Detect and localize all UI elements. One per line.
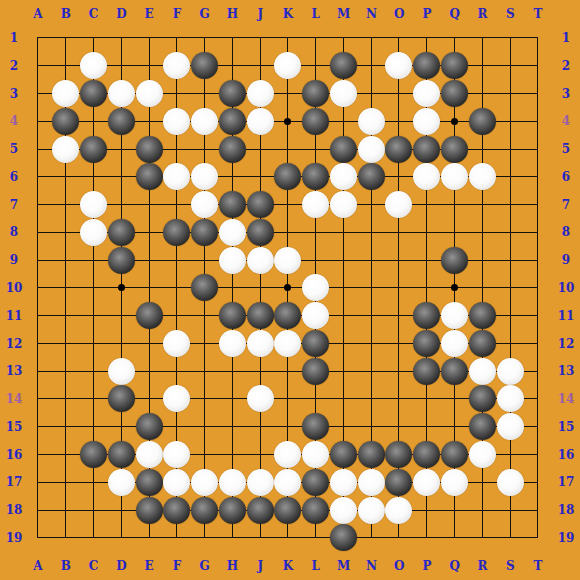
board-intersection[interactable] — [274, 441, 302, 469]
board-intersection[interactable] — [441, 357, 469, 385]
board-intersection[interactable] — [302, 357, 330, 385]
board-intersection[interactable] — [107, 135, 135, 163]
board-intersection[interactable] — [80, 496, 108, 524]
board-intersection[interactable] — [107, 524, 135, 552]
board-intersection[interactable] — [357, 441, 385, 469]
board-intersection[interactable] — [357, 52, 385, 80]
board-intersection[interactable] — [246, 330, 274, 358]
board-intersection[interactable] — [468, 441, 496, 469]
board-intersection[interactable] — [52, 218, 80, 246]
board-intersection[interactable] — [302, 107, 330, 135]
board-intersection[interactable] — [246, 524, 274, 552]
board-intersection[interactable] — [52, 274, 80, 302]
board-intersection[interactable] — [357, 163, 385, 191]
board-intersection[interactable] — [385, 52, 413, 80]
board-intersection[interactable] — [357, 357, 385, 385]
board-intersection[interactable] — [218, 468, 246, 496]
board-intersection[interactable] — [107, 274, 135, 302]
board-intersection[interactable] — [52, 441, 80, 469]
board-intersection[interactable] — [246, 163, 274, 191]
board-intersection[interactable] — [218, 357, 246, 385]
board-intersection[interactable] — [330, 496, 358, 524]
board-intersection[interactable] — [135, 302, 163, 330]
board-intersection[interactable] — [163, 330, 191, 358]
board-intersection[interactable] — [413, 330, 441, 358]
board-intersection[interactable] — [80, 218, 108, 246]
board-intersection[interactable] — [413, 468, 441, 496]
board-intersection[interactable] — [163, 385, 191, 413]
board-intersection[interactable] — [191, 385, 219, 413]
board-intersection[interactable] — [385, 24, 413, 52]
board-intersection[interactable] — [107, 191, 135, 219]
board-intersection[interactable] — [274, 413, 302, 441]
board-intersection[interactable] — [24, 274, 52, 302]
board-intersection[interactable] — [524, 107, 552, 135]
board-intersection[interactable] — [107, 218, 135, 246]
board-intersection[interactable] — [52, 330, 80, 358]
board-intersection[interactable] — [385, 330, 413, 358]
board-intersection[interactable] — [468, 357, 496, 385]
board-intersection[interactable] — [191, 302, 219, 330]
board-intersection[interactable] — [163, 413, 191, 441]
board-intersection[interactable] — [191, 191, 219, 219]
board-intersection[interactable] — [24, 330, 52, 358]
board-intersection[interactable] — [357, 330, 385, 358]
board-intersection[interactable] — [496, 274, 524, 302]
board-intersection[interactable] — [468, 330, 496, 358]
board-intersection[interactable] — [163, 524, 191, 552]
board-intersection[interactable] — [385, 441, 413, 469]
board-intersection[interactable] — [357, 496, 385, 524]
board-intersection[interactable] — [52, 302, 80, 330]
board-intersection[interactable] — [496, 357, 524, 385]
board-intersection[interactable] — [52, 413, 80, 441]
board-intersection[interactable] — [524, 468, 552, 496]
board-intersection[interactable] — [135, 24, 163, 52]
board-intersection[interactable] — [24, 80, 52, 108]
board-intersection[interactable] — [107, 302, 135, 330]
board-intersection[interactable] — [163, 274, 191, 302]
board-intersection[interactable] — [330, 218, 358, 246]
board-intersection[interactable] — [80, 330, 108, 358]
board-intersection[interactable] — [468, 524, 496, 552]
board-intersection[interactable] — [413, 218, 441, 246]
board-intersection[interactable] — [524, 441, 552, 469]
board-intersection[interactable] — [246, 468, 274, 496]
board-intersection[interactable] — [52, 524, 80, 552]
board-intersection[interactable] — [191, 80, 219, 108]
board-intersection[interactable] — [524, 80, 552, 108]
board-intersection[interactable] — [441, 135, 469, 163]
board-intersection[interactable] — [496, 441, 524, 469]
board-intersection[interactable] — [468, 80, 496, 108]
board-intersection[interactable] — [441, 468, 469, 496]
board-intersection[interactable] — [468, 413, 496, 441]
board-intersection[interactable] — [191, 24, 219, 52]
board-intersection[interactable] — [80, 524, 108, 552]
board-intersection[interactable] — [496, 385, 524, 413]
board-intersection[interactable] — [441, 107, 469, 135]
board-intersection[interactable] — [330, 107, 358, 135]
board-intersection[interactable] — [274, 135, 302, 163]
board-intersection[interactable] — [163, 24, 191, 52]
board-intersection[interactable] — [218, 496, 246, 524]
board-intersection[interactable] — [163, 135, 191, 163]
board-intersection[interactable] — [496, 302, 524, 330]
board-intersection[interactable] — [191, 524, 219, 552]
board-intersection[interactable] — [302, 218, 330, 246]
board-intersection[interactable] — [52, 163, 80, 191]
board-intersection[interactable] — [107, 357, 135, 385]
board-intersection[interactable] — [413, 80, 441, 108]
board-intersection[interactable] — [52, 385, 80, 413]
board-intersection[interactable] — [385, 357, 413, 385]
board-intersection[interactable] — [413, 24, 441, 52]
board-intersection[interactable] — [24, 24, 52, 52]
board-intersection[interactable] — [302, 468, 330, 496]
board-intersection[interactable] — [107, 385, 135, 413]
board-intersection[interactable] — [468, 468, 496, 496]
board-intersection[interactable] — [385, 385, 413, 413]
board-intersection[interactable] — [191, 496, 219, 524]
board-intersection[interactable] — [468, 163, 496, 191]
board-intersection[interactable] — [468, 191, 496, 219]
board-intersection[interactable] — [496, 413, 524, 441]
board-intersection[interactable] — [80, 24, 108, 52]
board-intersection[interactable] — [246, 52, 274, 80]
board-intersection[interactable] — [163, 107, 191, 135]
board-intersection[interactable] — [385, 496, 413, 524]
board-intersection[interactable] — [274, 357, 302, 385]
board-intersection[interactable] — [24, 218, 52, 246]
board-intersection[interactable] — [302, 246, 330, 274]
board-intersection[interactable] — [330, 413, 358, 441]
board-intersection[interactable] — [52, 496, 80, 524]
board-intersection[interactable] — [385, 246, 413, 274]
board-intersection[interactable] — [468, 274, 496, 302]
board-intersection[interactable] — [441, 385, 469, 413]
board-intersection[interactable] — [163, 218, 191, 246]
board-intersection[interactable] — [524, 135, 552, 163]
board-intersection[interactable] — [441, 413, 469, 441]
board-intersection[interactable] — [218, 330, 246, 358]
board-intersection[interactable] — [302, 24, 330, 52]
board-intersection[interactable] — [302, 274, 330, 302]
board-intersection[interactable] — [52, 468, 80, 496]
board-intersection[interactable] — [413, 357, 441, 385]
board-intersection[interactable] — [218, 218, 246, 246]
board-intersection[interactable] — [107, 496, 135, 524]
board-intersection[interactable] — [163, 191, 191, 219]
board-intersection[interactable] — [135, 246, 163, 274]
board-intersection[interactable] — [357, 524, 385, 552]
board-intersection[interactable] — [246, 246, 274, 274]
board-intersection[interactable] — [302, 52, 330, 80]
board-intersection[interactable] — [80, 191, 108, 219]
board-intersection[interactable] — [330, 24, 358, 52]
board-intersection[interactable] — [468, 385, 496, 413]
board-intersection[interactable] — [135, 524, 163, 552]
board-intersection[interactable] — [52, 80, 80, 108]
board-intersection[interactable] — [468, 24, 496, 52]
board-intersection[interactable] — [24, 441, 52, 469]
board-intersection[interactable] — [441, 24, 469, 52]
board-intersection[interactable] — [496, 496, 524, 524]
board-intersection[interactable] — [135, 357, 163, 385]
board-intersection[interactable] — [413, 441, 441, 469]
board-intersection[interactable] — [191, 274, 219, 302]
board-intersection[interactable] — [191, 330, 219, 358]
board-intersection[interactable] — [524, 274, 552, 302]
board-intersection[interactable] — [330, 357, 358, 385]
board-intersection[interactable] — [246, 413, 274, 441]
board-intersection[interactable] — [107, 24, 135, 52]
board-intersection[interactable] — [135, 496, 163, 524]
board-intersection[interactable] — [107, 413, 135, 441]
board-intersection[interactable] — [274, 302, 302, 330]
board-intersection[interactable] — [524, 413, 552, 441]
board-intersection[interactable] — [524, 496, 552, 524]
board-intersection[interactable] — [357, 302, 385, 330]
board-intersection[interactable] — [441, 52, 469, 80]
board-intersection[interactable] — [274, 218, 302, 246]
board-intersection[interactable] — [357, 413, 385, 441]
board-intersection[interactable] — [24, 191, 52, 219]
board-intersection[interactable] — [330, 52, 358, 80]
board-intersection[interactable] — [357, 107, 385, 135]
board-intersection[interactable] — [468, 107, 496, 135]
board-intersection[interactable] — [218, 107, 246, 135]
board-intersection[interactable] — [385, 413, 413, 441]
board-intersection[interactable] — [302, 413, 330, 441]
board-intersection[interactable] — [441, 218, 469, 246]
board-intersection[interactable] — [496, 80, 524, 108]
board-intersection[interactable] — [24, 246, 52, 274]
board-intersection[interactable] — [107, 468, 135, 496]
board-intersection[interactable] — [357, 274, 385, 302]
board-intersection[interactable] — [80, 52, 108, 80]
board-intersection[interactable] — [496, 468, 524, 496]
board-intersection[interactable] — [24, 52, 52, 80]
board-intersection[interactable] — [135, 441, 163, 469]
board-intersection[interactable] — [330, 468, 358, 496]
board-intersection[interactable] — [357, 246, 385, 274]
board-intersection[interactable] — [302, 163, 330, 191]
board-intersection[interactable] — [330, 191, 358, 219]
board-intersection[interactable] — [163, 163, 191, 191]
board-intersection[interactable] — [274, 52, 302, 80]
board-intersection[interactable] — [413, 302, 441, 330]
board-intersection[interactable] — [330, 163, 358, 191]
board-intersection[interactable] — [302, 496, 330, 524]
board-intersection[interactable] — [524, 163, 552, 191]
board-intersection[interactable] — [80, 385, 108, 413]
board-intersection[interactable] — [496, 330, 524, 358]
board-intersection[interactable] — [274, 107, 302, 135]
board-intersection[interactable] — [191, 468, 219, 496]
board-intersection[interactable] — [468, 218, 496, 246]
board-intersection[interactable] — [413, 496, 441, 524]
board-intersection[interactable] — [413, 107, 441, 135]
board-intersection[interactable] — [496, 107, 524, 135]
board-intersection[interactable] — [80, 246, 108, 274]
board-intersection[interactable] — [385, 302, 413, 330]
board-intersection[interactable] — [246, 135, 274, 163]
board-intersection[interactable] — [191, 135, 219, 163]
board-intersection[interactable] — [80, 441, 108, 469]
board-intersection[interactable] — [246, 24, 274, 52]
board-intersection[interactable] — [357, 24, 385, 52]
board-intersection[interactable] — [107, 52, 135, 80]
board-intersection[interactable] — [218, 80, 246, 108]
board-intersection[interactable] — [274, 468, 302, 496]
board-intersection[interactable] — [524, 24, 552, 52]
board-intersection[interactable] — [135, 385, 163, 413]
board-intersection[interactable] — [218, 52, 246, 80]
board-intersection[interactable] — [218, 524, 246, 552]
board-intersection[interactable] — [191, 441, 219, 469]
board-intersection[interactable] — [385, 135, 413, 163]
board-intersection[interactable] — [52, 107, 80, 135]
board-intersection[interactable] — [468, 246, 496, 274]
board-intersection[interactable] — [330, 441, 358, 469]
board-intersection[interactable] — [302, 80, 330, 108]
board-intersection[interactable] — [496, 135, 524, 163]
board-intersection[interactable] — [246, 218, 274, 246]
board-intersection[interactable] — [496, 191, 524, 219]
board-intersection[interactable] — [24, 524, 52, 552]
board-intersection[interactable] — [441, 163, 469, 191]
board-intersection[interactable] — [274, 330, 302, 358]
board-intersection[interactable] — [135, 191, 163, 219]
board-intersection[interactable] — [302, 191, 330, 219]
board-intersection[interactable] — [80, 80, 108, 108]
board-intersection[interactable] — [302, 330, 330, 358]
board-intersection[interactable] — [330, 246, 358, 274]
board-intersection[interactable] — [163, 302, 191, 330]
board-intersection[interactable] — [52, 135, 80, 163]
board-intersection[interactable] — [107, 246, 135, 274]
board-intersection[interactable] — [135, 468, 163, 496]
board-intersection[interactable] — [246, 80, 274, 108]
board-intersection[interactable] — [107, 441, 135, 469]
board-intersection[interactable] — [52, 191, 80, 219]
board-intersection[interactable] — [191, 163, 219, 191]
board-intersection[interactable] — [413, 246, 441, 274]
board-intersection[interactable] — [24, 135, 52, 163]
board-intersection[interactable] — [246, 496, 274, 524]
board-intersection[interactable] — [330, 330, 358, 358]
board-intersection[interactable] — [246, 274, 274, 302]
board-intersection[interactable] — [107, 107, 135, 135]
board-intersection[interactable] — [135, 330, 163, 358]
board-intersection[interactable] — [496, 246, 524, 274]
board-intersection[interactable] — [302, 135, 330, 163]
board-intersection[interactable] — [357, 468, 385, 496]
board-intersection[interactable] — [218, 441, 246, 469]
board-intersection[interactable] — [385, 163, 413, 191]
board-intersection[interactable] — [24, 413, 52, 441]
board-intersection[interactable] — [135, 413, 163, 441]
board-intersection[interactable] — [524, 218, 552, 246]
board-intersection[interactable] — [302, 385, 330, 413]
board-intersection[interactable] — [24, 468, 52, 496]
board-intersection[interactable] — [218, 135, 246, 163]
board-intersection[interactable] — [80, 468, 108, 496]
board-intersection[interactable] — [274, 191, 302, 219]
board-intersection[interactable] — [274, 385, 302, 413]
board-intersection[interactable] — [52, 24, 80, 52]
board-intersection[interactable] — [191, 52, 219, 80]
board-intersection[interactable] — [413, 274, 441, 302]
board-intersection[interactable] — [441, 524, 469, 552]
board-intersection[interactable] — [191, 413, 219, 441]
board-intersection[interactable] — [274, 80, 302, 108]
board-intersection[interactable] — [441, 302, 469, 330]
board-intersection[interactable] — [246, 385, 274, 413]
board-intersection[interactable] — [246, 107, 274, 135]
board-intersection[interactable] — [385, 468, 413, 496]
board-intersection[interactable] — [80, 163, 108, 191]
board-intersection[interactable] — [52, 246, 80, 274]
board-intersection[interactable] — [385, 80, 413, 108]
board-intersection[interactable] — [441, 191, 469, 219]
board-intersection[interactable] — [163, 80, 191, 108]
board-intersection[interactable] — [246, 441, 274, 469]
board-intersection[interactable] — [218, 163, 246, 191]
board-intersection[interactable] — [163, 246, 191, 274]
board-intersection[interactable] — [24, 496, 52, 524]
board-intersection[interactable] — [191, 218, 219, 246]
board-intersection[interactable] — [135, 135, 163, 163]
board-intersection[interactable] — [302, 441, 330, 469]
board-intersection[interactable] — [163, 496, 191, 524]
board-intersection[interactable] — [524, 191, 552, 219]
board-intersection[interactable] — [524, 52, 552, 80]
board-intersection[interactable] — [274, 246, 302, 274]
board-intersection[interactable] — [524, 385, 552, 413]
board-intersection[interactable] — [24, 385, 52, 413]
board-intersection[interactable] — [468, 496, 496, 524]
board-intersection[interactable] — [218, 191, 246, 219]
board-intersection[interactable] — [496, 52, 524, 80]
board-intersection[interactable] — [524, 302, 552, 330]
board-intersection[interactable] — [80, 135, 108, 163]
board-intersection[interactable] — [274, 496, 302, 524]
board-intersection[interactable] — [357, 218, 385, 246]
board-intersection[interactable] — [302, 302, 330, 330]
board-intersection[interactable] — [357, 80, 385, 108]
board-intersection[interactable] — [80, 107, 108, 135]
board-intersection[interactable] — [218, 413, 246, 441]
board-intersection[interactable] — [330, 302, 358, 330]
board-intersection[interactable] — [246, 357, 274, 385]
board-intersection[interactable] — [413, 191, 441, 219]
board-intersection[interactable] — [274, 163, 302, 191]
board-intersection[interactable] — [80, 413, 108, 441]
board-intersection[interactable] — [24, 163, 52, 191]
board-intersection[interactable] — [246, 302, 274, 330]
board-intersection[interactable] — [274, 274, 302, 302]
board-intersection[interactable] — [357, 385, 385, 413]
board-intersection[interactable] — [413, 135, 441, 163]
board-intersection[interactable] — [385, 191, 413, 219]
board-intersection[interactable] — [107, 330, 135, 358]
board-intersection[interactable] — [80, 274, 108, 302]
board-intersection[interactable] — [80, 357, 108, 385]
board-intersection[interactable] — [274, 524, 302, 552]
board-intersection[interactable] — [496, 218, 524, 246]
